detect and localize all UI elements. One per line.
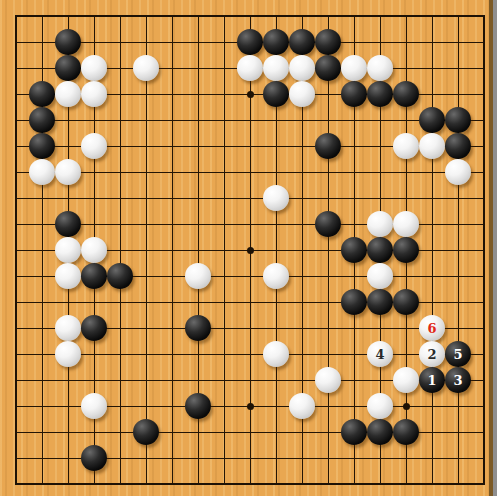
move-number: 5 [453,348,462,361]
stone-black [133,419,159,445]
stone-black [29,81,55,107]
stone-black [315,29,341,55]
stone-white [341,55,367,81]
stone-white [263,55,289,81]
stone-white [263,341,289,367]
stone-white [263,185,289,211]
stone-black [55,55,81,81]
stone-white [55,81,81,107]
move-number: 1 [427,374,436,387]
stone-white [263,263,289,289]
stone-black [341,419,367,445]
stone-black [263,81,289,107]
stone-white [367,393,393,419]
stone-black [367,419,393,445]
stone-white [393,133,419,159]
stone-black [81,445,107,471]
stone-white [185,263,211,289]
stone-black [315,133,341,159]
stone-black [367,237,393,263]
stone-black: 5 [445,341,471,367]
stone-black [341,289,367,315]
background-strip [493,0,497,496]
stone-white [445,159,471,185]
stone-black [237,29,263,55]
stone-white [29,159,55,185]
stone-white [393,211,419,237]
stone-black [393,289,419,315]
stone-black [341,237,367,263]
stone-white [55,237,81,263]
stone-black: 1 [419,367,445,393]
stone-black [367,289,393,315]
stone-black [419,107,445,133]
stone-white [81,55,107,81]
stone-black [315,211,341,237]
stone-white [289,393,315,419]
stone-black [81,315,107,341]
stone-white [55,159,81,185]
go-game-screenshot: 642513 [0,0,497,496]
stone-white [367,211,393,237]
stone-black [445,133,471,159]
stone-black [185,315,211,341]
stone-white: 2 [419,341,445,367]
stone-black: 3 [445,367,471,393]
star-point [247,403,254,410]
stone-white [393,367,419,393]
stone-black [185,393,211,419]
stone-white [419,133,445,159]
stone-white [289,81,315,107]
stone-white: 6 [419,315,445,341]
stone-white [81,237,107,263]
stone-black [29,107,55,133]
stone-black [55,29,81,55]
stone-black [107,263,133,289]
stone-white [55,263,81,289]
stone-black [29,133,55,159]
stone-black [289,29,315,55]
stone-black [81,263,107,289]
stone-white [55,315,81,341]
stone-black [445,107,471,133]
stone-white [237,55,263,81]
stone-black [55,211,81,237]
stone-white [367,263,393,289]
stone-white [55,341,81,367]
star-point [403,403,410,410]
move-number: 2 [427,348,436,361]
move-number: 3 [453,374,462,387]
stone-white [133,55,159,81]
stone-white [81,133,107,159]
stone-white [367,55,393,81]
stone-white: 4 [367,341,393,367]
stone-black [315,55,341,81]
stone-black [367,81,393,107]
stone-white [81,393,107,419]
stone-white [81,81,107,107]
move-number: 4 [375,348,384,361]
stone-black [393,237,419,263]
stone-black [263,29,289,55]
star-point [247,91,254,98]
stone-white [315,367,341,393]
stone-black [393,419,419,445]
stone-white [289,55,315,81]
move-number: 6 [427,322,436,335]
stone-black [341,81,367,107]
star-point [247,247,254,254]
stone-black [393,81,419,107]
